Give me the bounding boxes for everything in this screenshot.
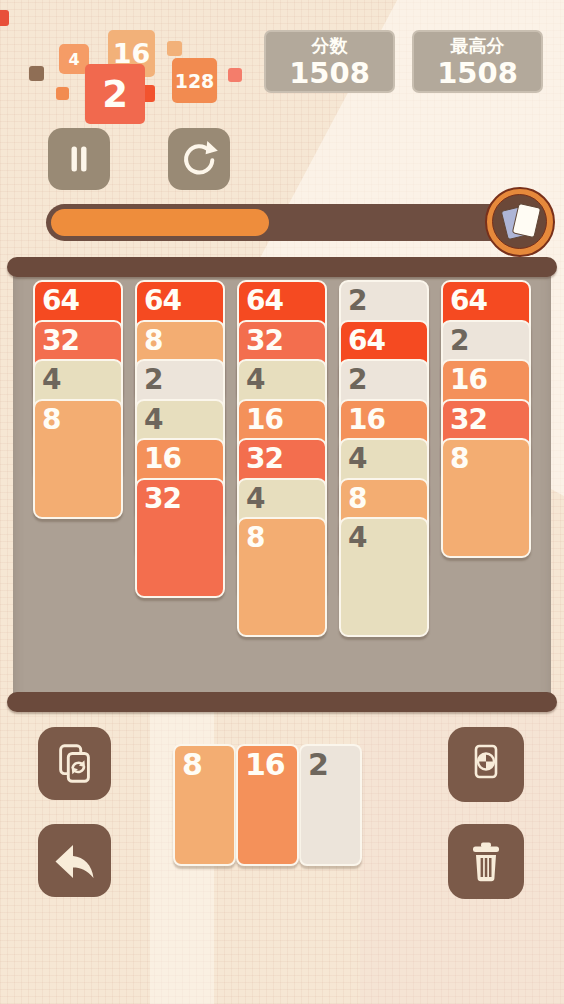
logo-tile-128: 128 (172, 58, 217, 103)
game-screen: 4162128 分数 1508 最高分 1508 (0, 0, 564, 1004)
best-score-value: 1508 (437, 57, 518, 89)
logo-accent-square (228, 68, 242, 82)
board-columns: 6432486482416326432416324826421648464216… (33, 280, 531, 660)
swap-cards-icon (52, 741, 98, 787)
board-column-3[interactable]: 64324163248 (237, 280, 327, 660)
swap-cards-button[interactable] (38, 727, 111, 800)
board-column-2[interactable]: 648241632 (135, 280, 225, 660)
stack-card-exposed-32[interactable]: 32 (135, 478, 225, 598)
wildcard-button[interactable] (448, 727, 524, 802)
undo-button[interactable] (38, 824, 111, 897)
stack-card-exposed-8[interactable]: 8 (441, 438, 531, 558)
undo-arrow-icon (51, 837, 99, 885)
logo-accent-square (29, 66, 44, 81)
best-score-box: 最高分 1508 (412, 30, 543, 93)
best-score-label: 最高分 (451, 35, 505, 57)
hand-card-16[interactable]: 16 (236, 744, 299, 866)
stack-card-exposed-8[interactable]: 8 (33, 399, 123, 519)
hand-card-2[interactable]: 2 (299, 744, 362, 866)
deck-badge[interactable] (485, 187, 555, 257)
logo-accent-square (167, 41, 182, 56)
trash-button[interactable] (448, 824, 524, 899)
score-value: 1508 (289, 57, 370, 89)
logo-accent-square (0, 10, 9, 26)
pause-icon (59, 139, 99, 179)
trash-icon (462, 838, 510, 886)
hand-cards: 8162 (173, 744, 362, 866)
board-top-rail (7, 257, 557, 277)
deck-progress-bar (46, 204, 510, 241)
logo-accent-square (56, 87, 69, 100)
restart-button[interactable] (168, 128, 230, 190)
board-column-1[interactable]: 643248 (33, 280, 123, 660)
deck-progress-fill (51, 209, 269, 236)
restart-icon (178, 138, 220, 180)
score-label: 分数 (312, 35, 348, 57)
card-stack-icon (492, 194, 547, 249)
board-bottom-rail (7, 692, 557, 712)
hand-card-8[interactable]: 8 (173, 744, 236, 866)
stack-card-exposed-4[interactable]: 4 (339, 517, 429, 637)
score-box: 分数 1508 (264, 30, 395, 93)
logo-tile-2: 2 (85, 64, 145, 124)
wild-card-icon (462, 741, 510, 789)
pause-button[interactable] (48, 128, 110, 190)
board-column-4[interactable]: 264216484 (339, 280, 429, 660)
board-column-5[interactable]: 64216328 (441, 280, 531, 660)
stack-card-exposed-8[interactable]: 8 (237, 517, 327, 637)
